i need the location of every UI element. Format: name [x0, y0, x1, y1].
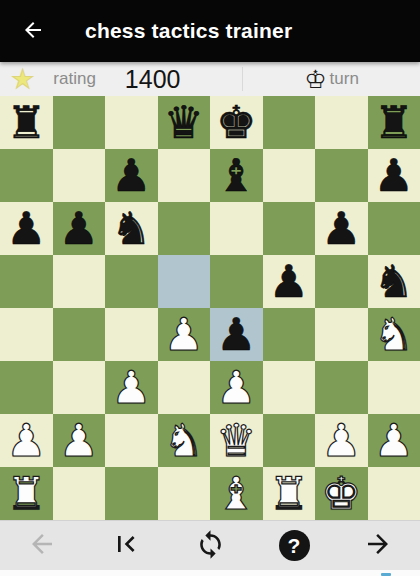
piece-white-pawn[interactable]: ♟	[111, 361, 151, 414]
square-d7[interactable]	[158, 149, 211, 202]
square-d3[interactable]	[158, 361, 211, 414]
square-a6[interactable]: ♟	[0, 202, 53, 255]
piece-white-bishop[interactable]: ♝	[216, 467, 256, 520]
undo-move-button[interactable]	[0, 521, 84, 570]
square-f5[interactable]: ♟	[263, 255, 316, 308]
square-f6[interactable]	[263, 202, 316, 255]
square-h4[interactable]: ♞	[368, 308, 420, 361]
piece-black-pawn[interactable]: ♟	[111, 149, 151, 202]
square-e7[interactable]: ♝	[210, 149, 263, 202]
square-c5[interactable]	[105, 255, 158, 308]
chess-board: ♜♛♚♜♟♝♟♟♟♞♟♟♞♟♟♞♟♟♟♟♞♛♟♟♜♝♜♚	[0, 96, 420, 520]
square-a1[interactable]: ♜	[0, 467, 53, 520]
square-a3[interactable]	[0, 361, 53, 414]
square-e2[interactable]: ♛	[210, 414, 263, 467]
square-g8[interactable]	[315, 96, 368, 149]
square-h6[interactable]	[368, 202, 420, 255]
square-g2[interactable]: ♟	[315, 414, 368, 467]
piece-white-king[interactable]: ♚	[321, 467, 361, 520]
piece-white-pawn[interactable]: ♟	[321, 414, 361, 467]
square-e4[interactable]: ♟	[210, 308, 263, 361]
square-h2[interactable]: ♟	[368, 414, 420, 467]
square-g3[interactable]	[315, 361, 368, 414]
piece-black-pawn[interactable]: ♟	[6, 202, 46, 255]
square-d8[interactable]: ♛	[158, 96, 211, 149]
square-c7[interactable]: ♟	[105, 149, 158, 202]
square-e3[interactable]: ♟	[210, 361, 263, 414]
retry-puzzle-button[interactable]	[168, 521, 252, 570]
square-c8[interactable]	[105, 96, 158, 149]
piece-white-pawn[interactable]: ♟	[374, 414, 414, 467]
next-puzzle-button[interactable]	[336, 521, 420, 570]
square-a8[interactable]: ♜	[0, 96, 53, 149]
square-e6[interactable]	[210, 202, 263, 255]
square-h8[interactable]: ♜	[368, 96, 420, 149]
square-d4[interactable]: ♟	[158, 308, 211, 361]
piece-white-rook[interactable]: ♜	[6, 467, 46, 520]
piece-black-pawn[interactable]: ♟	[59, 202, 99, 255]
square-b3[interactable]	[53, 361, 106, 414]
piece-white-pawn[interactable]: ♟	[59, 414, 99, 467]
square-c6[interactable]: ♞	[105, 202, 158, 255]
square-b8[interactable]	[53, 96, 106, 149]
piece-black-king[interactable]: ♚	[216, 96, 256, 149]
arrow-left-icon	[27, 529, 57, 562]
piece-white-rook[interactable]: ♜	[269, 467, 309, 520]
piece-white-pawn[interactable]: ♟	[216, 361, 256, 414]
first-position-button[interactable]	[84, 521, 168, 570]
square-c3[interactable]: ♟	[105, 361, 158, 414]
piece-black-rook[interactable]: ♜	[6, 96, 46, 149]
piece-black-rook[interactable]: ♜	[374, 96, 414, 149]
piece-white-knight[interactable]: ♞	[164, 414, 204, 467]
square-g7[interactable]	[315, 149, 368, 202]
arrow-left-icon	[21, 18, 45, 45]
square-c2[interactable]	[105, 414, 158, 467]
bottom-strip	[0, 570, 420, 576]
square-d6[interactable]	[158, 202, 211, 255]
square-f1[interactable]: ♜	[263, 467, 316, 520]
piece-white-pawn[interactable]: ♟	[164, 308, 204, 361]
square-g6[interactable]: ♟	[315, 202, 368, 255]
square-h7[interactable]: ♟	[368, 149, 420, 202]
square-f4[interactable]	[263, 308, 316, 361]
piece-black-knight[interactable]: ♞	[374, 255, 414, 308]
rating-section: ★ rating 1400	[0, 65, 242, 94]
square-f8[interactable]	[263, 96, 316, 149]
piece-black-queen[interactable]: ♛	[164, 96, 204, 149]
turn-label: turn	[330, 69, 359, 89]
piece-black-pawn[interactable]: ♟	[216, 308, 256, 361]
square-b4[interactable]	[53, 308, 106, 361]
piece-white-queen[interactable]: ♛	[216, 414, 256, 467]
square-g1[interactable]: ♚	[315, 467, 368, 520]
piece-black-pawn[interactable]: ♟	[269, 255, 309, 308]
square-h1[interactable]	[368, 467, 420, 520]
square-b5[interactable]	[53, 255, 106, 308]
square-d5[interactable]	[158, 255, 211, 308]
square-a4[interactable]	[0, 308, 53, 361]
square-d1[interactable]	[158, 467, 211, 520]
piece-black-knight[interactable]: ♞	[111, 202, 151, 255]
puzzle-toolbar: ?	[0, 520, 420, 570]
piece-black-bishop[interactable]: ♝	[216, 149, 256, 202]
square-b7[interactable]	[53, 149, 106, 202]
square-f7[interactable]	[263, 149, 316, 202]
square-e1[interactable]: ♝	[210, 467, 263, 520]
first-page-icon	[110, 528, 142, 563]
square-e5[interactable]	[210, 255, 263, 308]
arrow-right-icon	[363, 529, 393, 562]
rating-label: rating	[53, 69, 96, 89]
rating-value: 1400	[125, 65, 181, 94]
turn-section: ♔ turn	[243, 67, 420, 92]
piece-black-pawn[interactable]: ♟	[374, 149, 414, 202]
page-title: chess tactics trainer	[85, 19, 292, 43]
help-icon: ?	[279, 530, 310, 561]
square-d2[interactable]: ♞	[158, 414, 211, 467]
square-b6[interactable]: ♟	[53, 202, 106, 255]
app-bar: chess tactics trainer	[0, 0, 420, 62]
piece-white-knight[interactable]: ♞	[374, 308, 414, 361]
back-button[interactable]	[20, 18, 46, 44]
square-b2[interactable]: ♟	[53, 414, 106, 467]
stats-bar: ★ rating 1400 ♔ turn	[0, 62, 420, 96]
hint-button[interactable]: ?	[252, 521, 336, 570]
piece-white-pawn[interactable]: ♟	[6, 414, 46, 467]
square-g4[interactable]	[315, 308, 368, 361]
square-h3[interactable]	[368, 361, 420, 414]
white-king-icon: ♔	[304, 67, 326, 92]
square-f3[interactable]	[263, 361, 316, 414]
sync-icon	[195, 529, 226, 563]
square-b1[interactable]	[53, 467, 106, 520]
square-h5[interactable]: ♞	[368, 255, 420, 308]
square-a5[interactable]	[0, 255, 53, 308]
square-g5[interactable]	[315, 255, 368, 308]
square-c1[interactable]	[105, 467, 158, 520]
star-icon: ★	[11, 66, 34, 92]
square-f2[interactable]	[263, 414, 316, 467]
piece-black-pawn[interactable]: ♟	[321, 202, 361, 255]
square-c4[interactable]	[105, 308, 158, 361]
question-mark: ?	[288, 534, 301, 558]
square-a7[interactable]	[0, 149, 53, 202]
square-e8[interactable]: ♚	[210, 96, 263, 149]
square-a2[interactable]: ♟	[0, 414, 53, 467]
